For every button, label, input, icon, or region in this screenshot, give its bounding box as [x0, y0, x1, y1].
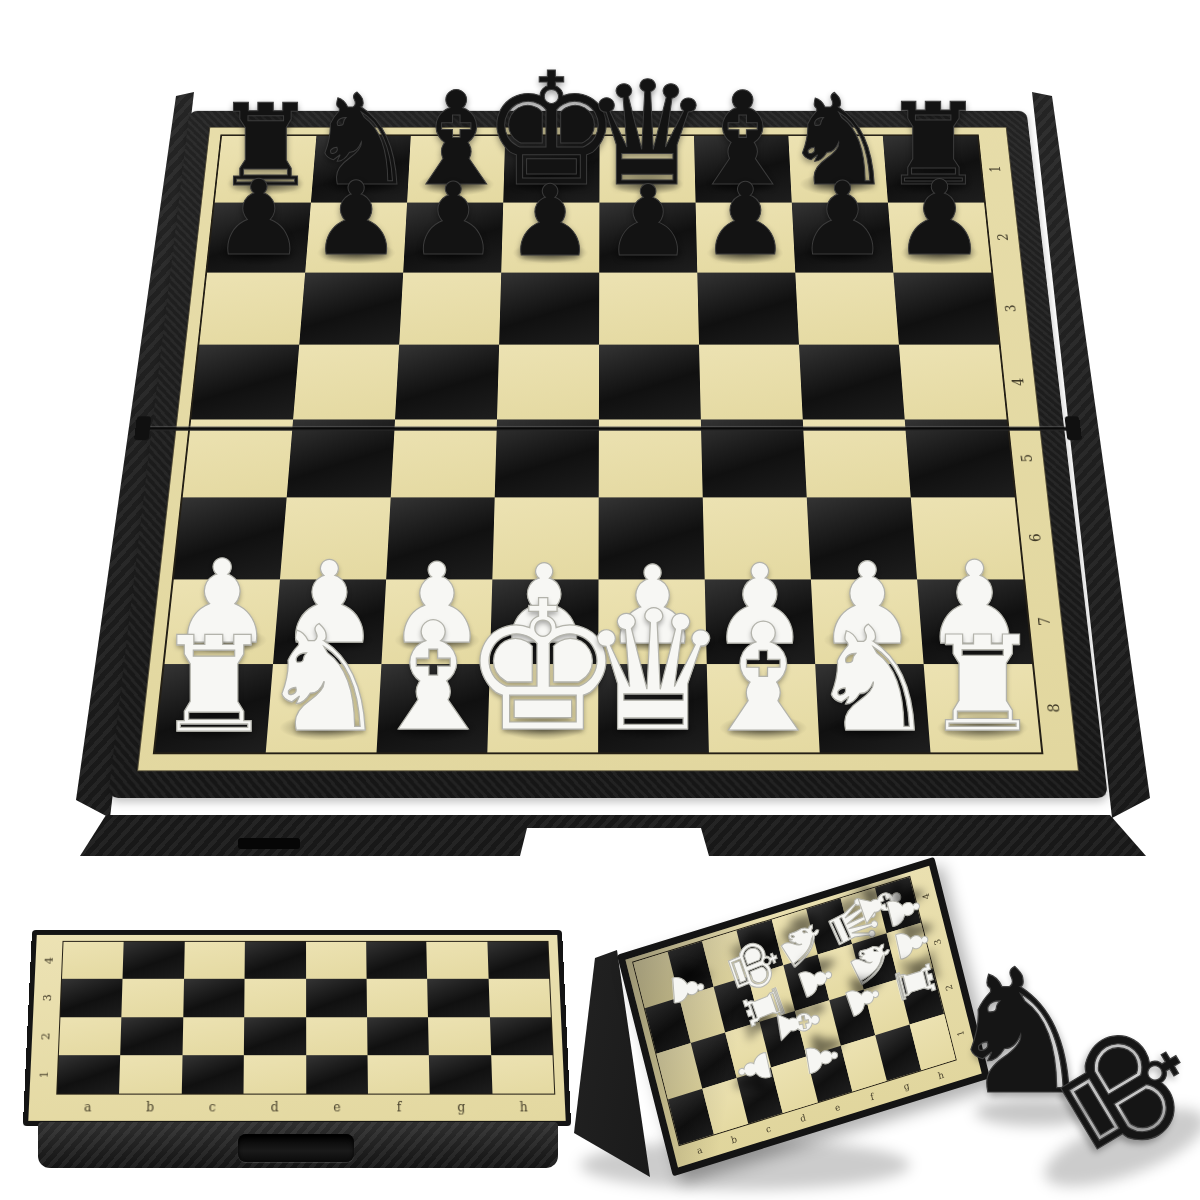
rank-label-7: 7	[997, 610, 1092, 633]
square-g2	[792, 203, 894, 272]
square-b7	[273, 579, 386, 664]
square-e4	[599, 344, 701, 419]
closed-square-f2	[367, 1017, 429, 1055]
main-board-scene: 12345678	[63, 18, 1153, 858]
square-g7	[811, 579, 924, 664]
closed-file-label-h: h	[492, 1096, 555, 1119]
square-c7	[381, 579, 492, 664]
closed-rank-label-4: 4	[30, 950, 68, 970]
square-d2	[501, 203, 599, 272]
closed-file-label-g: g	[430, 1096, 493, 1119]
square-d7	[490, 579, 599, 664]
closed-square-b3	[122, 979, 184, 1017]
closed-square-f4	[366, 942, 427, 979]
closed-board-grid	[57, 942, 554, 1094]
square-a6	[174, 498, 287, 579]
square-e1	[599, 136, 695, 203]
square-b8	[266, 664, 382, 753]
square-f4	[699, 344, 803, 419]
square-e3	[599, 272, 699, 344]
square-c6	[386, 498, 495, 579]
main-chess-grid	[155, 136, 1041, 753]
square-d8	[487, 664, 598, 753]
closed-square-e2	[306, 1017, 368, 1055]
half-open-board: abcdefgh 4321 ♟♚♞♛♝♟♜♟♞♟♝♟♜♟♟	[560, 850, 1030, 1200]
square-a7	[165, 579, 280, 664]
square-d1	[503, 136, 599, 203]
closed-square-d3	[244, 979, 305, 1017]
closed-file-label-a: a	[56, 1096, 119, 1119]
square-f6	[703, 498, 811, 579]
rank-label-8: 8	[1005, 696, 1102, 720]
square-a3	[199, 272, 305, 344]
square-e7	[598, 579, 706, 664]
closed-rank-label-3: 3	[29, 988, 68, 1008]
square-c2	[403, 203, 503, 272]
square-d4	[497, 344, 599, 419]
square-c4	[395, 344, 499, 419]
square-f7	[705, 579, 815, 664]
square-g4	[799, 344, 905, 419]
closed-square-b1	[119, 1055, 182, 1094]
loose-black-king-fallen: ♚	[1022, 989, 1200, 1192]
square-g6	[807, 498, 917, 579]
rank-label-2: 2	[960, 228, 1045, 247]
square-c5	[391, 419, 497, 497]
product-photo-magnetic-chess-set: { "game": "chess", "scene_description": …	[0, 0, 1200, 1200]
tent-white-pawn-lying: ♟	[731, 1044, 779, 1092]
rank-label-3: 3	[967, 298, 1054, 318]
tent-front-panel: abcdefgh 4321 ♟♚♞♛♝♟♜♟♞♟♝♟♜♟♟	[617, 857, 990, 1177]
closed-rank-label-2: 2	[27, 1026, 66, 1046]
closed-square-d1	[244, 1055, 306, 1094]
tent-clinging-pieces: ♟♚♞♛♝♟♜♟♞♟♝♟♜♟♟	[633, 877, 955, 1145]
square-a8	[155, 664, 273, 753]
closed-square-f3	[366, 979, 428, 1017]
closed-board-surface: abcdefgh 4321	[28, 935, 565, 1121]
closed-square-h2	[490, 1017, 553, 1055]
square-g8	[815, 664, 930, 753]
closed-square-b2	[121, 1017, 183, 1055]
closed-square-e4	[306, 942, 367, 979]
fold-seam	[148, 425, 1068, 430]
square-f2	[696, 203, 796, 272]
closed-square-c3	[183, 979, 245, 1017]
closed-square-g3	[427, 979, 489, 1017]
closed-square-d4	[245, 942, 306, 979]
closed-square-h3	[488, 979, 551, 1017]
rank-label-5: 5	[981, 448, 1072, 469]
square-c3	[399, 272, 501, 344]
square-d6	[492, 498, 598, 579]
square-f3	[697, 272, 799, 344]
square-b6	[280, 498, 391, 579]
closed-board-latch-handle	[238, 1134, 354, 1162]
square-d5	[495, 419, 599, 497]
closed-square-c4	[184, 942, 245, 979]
square-g3	[795, 272, 899, 344]
closed-file-label-b: b	[119, 1096, 182, 1119]
closed-square-a1	[57, 1055, 120, 1094]
hinge-tab-right	[1064, 416, 1081, 440]
square-f1	[694, 136, 792, 203]
closed-file-label-d: d	[243, 1096, 305, 1119]
closed-square-g2	[428, 1017, 491, 1055]
fallen-king-shadow	[1036, 1093, 1200, 1200]
closed-file-label-e: e	[306, 1096, 368, 1119]
square-c8	[377, 664, 490, 753]
square-d3	[499, 272, 599, 344]
square-a5	[183, 419, 293, 497]
main-board-frame: 12345678	[108, 111, 1108, 798]
rank-label-6: 6	[989, 527, 1082, 549]
closed-square-h1	[491, 1055, 554, 1094]
square-b2	[305, 203, 407, 272]
square-g1	[788, 136, 888, 203]
square-a2	[207, 203, 311, 272]
closed-folded-board: abcdefgh 4321	[30, 922, 570, 1182]
closed-square-g4	[427, 942, 489, 979]
tent-white-pawn-lying: ♟	[666, 967, 710, 1010]
closed-square-a3	[60, 979, 122, 1017]
closed-board-rank-labels: 4321	[34, 942, 61, 1094]
square-a4	[191, 344, 299, 419]
closed-square-c1	[182, 1055, 244, 1094]
closed-square-g1	[429, 1055, 492, 1094]
square-b5	[287, 419, 395, 497]
hinge-tab-left	[134, 416, 151, 440]
closed-square-a4	[62, 942, 124, 979]
closed-file-label-c: c	[181, 1096, 244, 1119]
closed-board-side	[38, 1122, 558, 1168]
square-f5	[701, 419, 807, 497]
square-e6	[599, 498, 705, 579]
square-b1	[311, 136, 411, 203]
closed-square-a2	[59, 1017, 122, 1055]
main-board-surface: 12345678	[137, 127, 1079, 771]
square-e8	[598, 664, 709, 753]
closed-square-f1	[367, 1055, 430, 1094]
square-g5	[803, 419, 911, 497]
closed-square-e3	[306, 979, 367, 1017]
closed-file-label-f: f	[368, 1096, 431, 1119]
tent-white-pawn-lying: ♟	[798, 1035, 845, 1081]
square-b4	[293, 344, 399, 419]
square-e5	[599, 419, 703, 497]
square-c1	[407, 136, 505, 203]
square-f8	[707, 664, 820, 753]
closed-rank-label-1: 1	[25, 1064, 64, 1085]
closed-square-d2	[244, 1017, 306, 1055]
square-e2	[599, 203, 697, 272]
closed-square-c2	[182, 1017, 244, 1055]
rank-label-4: 4	[974, 371, 1063, 391]
closed-board-file-labels: abcdefgh	[56, 1096, 555, 1119]
square-b3	[299, 272, 403, 344]
closed-square-b4	[123, 942, 185, 979]
tent-panel-surface: abcdefgh 4321 ♟♚♞♛♝♟♜♟♞♟♝♟♜♟♟	[625, 866, 981, 1168]
square-a1	[215, 136, 317, 203]
closed-board-top: abcdefgh 4321	[23, 930, 571, 1126]
closed-square-h4	[487, 942, 549, 979]
rank-label-1: 1	[953, 160, 1037, 178]
closed-square-e1	[306, 1055, 368, 1094]
